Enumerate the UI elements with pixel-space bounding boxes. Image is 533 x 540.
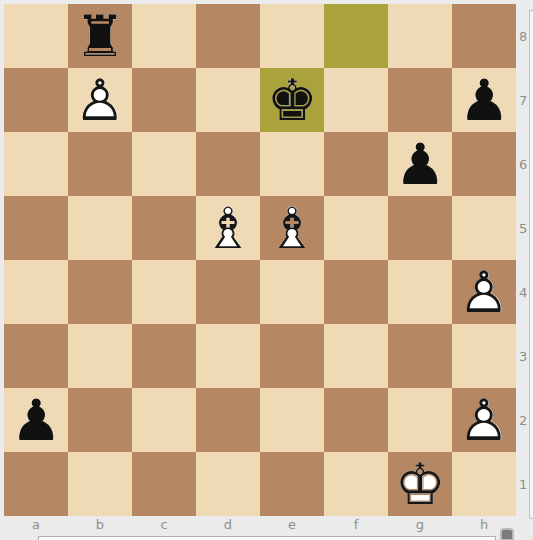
square-e5[interactable]: ♝♗ <box>260 196 324 260</box>
square-g8[interactable] <box>388 4 452 68</box>
square-g4[interactable] <box>388 260 452 324</box>
square-d5[interactable]: ♝♗ <box>196 196 260 260</box>
file-label-f: f <box>324 517 388 533</box>
square-a8[interactable] <box>4 4 68 68</box>
square-h5[interactable] <box>452 196 516 260</box>
file-label-e: e <box>260 517 324 533</box>
square-c6[interactable] <box>132 132 196 196</box>
vertical-scrollbar-track[interactable] <box>529 10 533 519</box>
piece-outline-layer: ♟ <box>388 132 452 196</box>
scrollbar-thumb[interactable] <box>500 528 514 540</box>
piece-outline-layer: ♙ <box>68 68 132 132</box>
square-h3[interactable] <box>452 324 516 388</box>
square-e1[interactable] <box>260 452 324 516</box>
piece-outline-layer: ♙ <box>452 388 516 452</box>
black-king-e7[interactable]: ♔♚ <box>260 68 324 132</box>
square-f1[interactable] <box>324 452 388 516</box>
square-e8[interactable] <box>260 4 324 68</box>
square-f5[interactable] <box>324 196 388 260</box>
square-d8[interactable] <box>196 4 260 68</box>
square-a6[interactable] <box>4 132 68 196</box>
square-f4[interactable] <box>324 260 388 324</box>
square-b3[interactable] <box>68 324 132 388</box>
square-e2[interactable] <box>260 388 324 452</box>
white-pawn-h4[interactable]: ♟♙ <box>452 260 516 324</box>
square-h1[interactable] <box>452 452 516 516</box>
square-e3[interactable] <box>260 324 324 388</box>
white-pawn-h2[interactable]: ♟♙ <box>452 388 516 452</box>
square-e7[interactable]: ♔♚ <box>260 68 324 132</box>
square-g3[interactable] <box>388 324 452 388</box>
file-label-c: c <box>132 517 196 533</box>
square-b6[interactable] <box>68 132 132 196</box>
square-a7[interactable] <box>4 68 68 132</box>
white-pawn-b7[interactable]: ♟♙ <box>68 68 132 132</box>
file-label-d: d <box>196 517 260 533</box>
file-label-g: g <box>388 517 452 533</box>
file-label-a: a <box>4 517 68 533</box>
file-coordinates: abcdefgh <box>4 517 516 533</box>
square-d2[interactable] <box>196 388 260 452</box>
square-c1[interactable] <box>132 452 196 516</box>
square-g6[interactable]: ♙♟ <box>388 132 452 196</box>
square-h8[interactable] <box>452 4 516 68</box>
piece-outline-layer: ♜ <box>68 4 132 68</box>
square-b1[interactable] <box>68 452 132 516</box>
square-f6[interactable] <box>324 132 388 196</box>
white-bishop-d5[interactable]: ♝♗ <box>196 196 260 260</box>
square-f7[interactable] <box>324 68 388 132</box>
square-b7[interactable]: ♟♙ <box>68 68 132 132</box>
square-c8[interactable] <box>132 4 196 68</box>
square-h7[interactable]: ♙♟ <box>452 68 516 132</box>
piece-outline-layer: ♔ <box>388 452 452 516</box>
move-input-box[interactable] <box>38 536 496 540</box>
square-g2[interactable] <box>388 388 452 452</box>
square-f8[interactable] <box>324 4 388 68</box>
black-pawn-h7[interactable]: ♙♟ <box>452 68 516 132</box>
square-a3[interactable] <box>4 324 68 388</box>
square-b8[interactable]: ♖♜ <box>68 4 132 68</box>
square-e4[interactable] <box>260 260 324 324</box>
square-e6[interactable] <box>260 132 324 196</box>
square-d4[interactable] <box>196 260 260 324</box>
square-g1[interactable]: ♚♔ <box>388 452 452 516</box>
square-d6[interactable] <box>196 132 260 196</box>
piece-outline-layer: ♟ <box>452 68 516 132</box>
square-a5[interactable] <box>4 196 68 260</box>
black-pawn-a2[interactable]: ♙♟ <box>4 388 68 452</box>
black-pawn-g6[interactable]: ♙♟ <box>388 132 452 196</box>
square-b5[interactable] <box>68 196 132 260</box>
piece-outline-layer: ♙ <box>452 260 516 324</box>
square-d3[interactable] <box>196 324 260 388</box>
square-f2[interactable] <box>324 388 388 452</box>
piece-outline-layer: ♗ <box>260 196 324 260</box>
file-label-b: b <box>68 517 132 533</box>
piece-outline-layer: ♚ <box>260 68 324 132</box>
piece-outline-layer: ♟ <box>4 388 68 452</box>
black-rook-b8[interactable]: ♖♜ <box>68 4 132 68</box>
square-a4[interactable] <box>4 260 68 324</box>
square-c4[interactable] <box>132 260 196 324</box>
square-c3[interactable] <box>132 324 196 388</box>
square-c2[interactable] <box>132 388 196 452</box>
square-c7[interactable] <box>132 68 196 132</box>
square-g7[interactable] <box>388 68 452 132</box>
square-g5[interactable] <box>388 196 452 260</box>
square-d1[interactable] <box>196 452 260 516</box>
square-c5[interactable] <box>132 196 196 260</box>
square-a2[interactable]: ♙♟ <box>4 388 68 452</box>
square-b4[interactable] <box>68 260 132 324</box>
white-bishop-e5[interactable]: ♝♗ <box>260 196 324 260</box>
square-h2[interactable]: ♟♙ <box>452 388 516 452</box>
square-d7[interactable] <box>196 68 260 132</box>
square-h4[interactable]: ♟♙ <box>452 260 516 324</box>
square-h6[interactable] <box>452 132 516 196</box>
square-b2[interactable] <box>68 388 132 452</box>
chess-board[interactable]: ♖♜♟♙♔♚♙♟♙♟♝♗♝♗♟♙♙♟♟♙♚♔ <box>4 4 516 516</box>
square-f3[interactable] <box>324 324 388 388</box>
square-a1[interactable] <box>4 452 68 516</box>
white-king-g1[interactable]: ♚♔ <box>388 452 452 516</box>
piece-outline-layer: ♗ <box>196 196 260 260</box>
